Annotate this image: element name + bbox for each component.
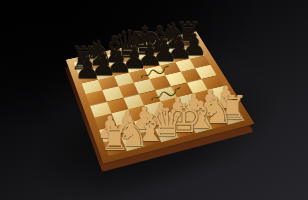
photo-scene: ♜♞♝♛♚♝♞♜♟♟♟♟♟♟♟♟♟♟♟♟♟♟♟♟♜♞♝♛♚♝♞♜	[0, 0, 308, 200]
